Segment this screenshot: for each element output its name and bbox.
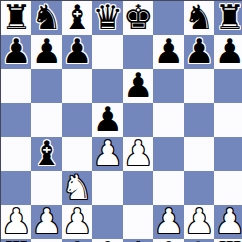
piece-white-queen-d1: ♛: [92, 238, 122, 242]
square-e6[interactable]: ♟: [123, 69, 153, 103]
piece-white-bishop-f1: ♝: [153, 238, 183, 242]
piece-black-pawn-e6: ♟: [123, 68, 153, 102]
square-c6[interactable]: [62, 69, 92, 103]
square-h5[interactable]: [214, 103, 242, 137]
square-e4[interactable]: ♟: [123, 137, 153, 171]
chess-board: ♜♞♝♛♚♞♜♟♟♟♟♟♟♟♟♝♟♟♞♟♟♟♟♟♟♜♝♛♚♝♞♜: [0, 0, 242, 242]
square-d4[interactable]: ♟: [92, 137, 122, 171]
square-f4[interactable]: [153, 137, 183, 171]
square-f5[interactable]: [153, 103, 183, 137]
square-c3[interactable]: ♞: [62, 171, 92, 205]
square-c5[interactable]: [62, 103, 92, 137]
piece-black-pawn-b7: ♟: [31, 34, 61, 68]
square-f6[interactable]: [153, 69, 183, 103]
piece-white-pawn-c2: ♟: [62, 204, 92, 238]
piece-white-bishop-c1: ♝: [62, 238, 92, 242]
square-g7[interactable]: ♟: [184, 35, 214, 69]
square-g2[interactable]: ♟: [184, 205, 214, 239]
square-h3[interactable]: [214, 171, 242, 205]
piece-white-king-e1: ♚: [123, 238, 153, 242]
square-h2[interactable]: ♟: [214, 205, 242, 239]
piece-black-bishop-b4: ♝: [31, 136, 61, 170]
square-g3[interactable]: [184, 171, 214, 205]
square-d7[interactable]: [92, 35, 122, 69]
square-b4[interactable]: ♝: [31, 137, 61, 171]
piece-black-queen-d8: ♛: [92, 0, 122, 34]
square-f8[interactable]: [153, 1, 183, 35]
piece-white-pawn-f2: ♟: [153, 204, 183, 238]
square-e3[interactable]: [123, 171, 153, 205]
square-c7[interactable]: ♟: [62, 35, 92, 69]
piece-black-knight-b8: ♞: [31, 0, 61, 34]
piece-white-pawn-d4: ♟: [92, 136, 122, 170]
square-h6[interactable]: [214, 69, 242, 103]
square-c8[interactable]: ♝: [62, 1, 92, 35]
square-d8[interactable]: ♛: [92, 1, 122, 35]
square-d5[interactable]: ♟: [92, 103, 122, 137]
piece-white-pawn-a2: ♟: [1, 204, 31, 238]
piece-white-rook-h1: ♜: [214, 238, 242, 242]
square-c2[interactable]: ♟: [62, 205, 92, 239]
square-a2[interactable]: ♟: [1, 205, 31, 239]
square-e5[interactable]: [123, 103, 153, 137]
square-a7[interactable]: ♟: [1, 35, 31, 69]
square-e8[interactable]: ♚: [123, 1, 153, 35]
piece-black-rook-h8: ♜: [214, 0, 242, 34]
square-b6[interactable]: [31, 69, 61, 103]
square-g4[interactable]: [184, 137, 214, 171]
piece-black-pawn-c7: ♟: [62, 34, 92, 68]
square-a3[interactable]: [1, 171, 31, 205]
square-a6[interactable]: [1, 69, 31, 103]
square-f7[interactable]: ♟: [153, 35, 183, 69]
square-d6[interactable]: [92, 69, 122, 103]
piece-black-king-e8: ♚: [123, 0, 153, 34]
piece-black-rook-a8: ♜: [1, 0, 31, 34]
piece-white-pawn-h2: ♟: [214, 204, 242, 238]
square-d2[interactable]: [92, 205, 122, 239]
piece-black-pawn-a7: ♟: [1, 34, 31, 68]
square-b5[interactable]: [31, 103, 61, 137]
square-b7[interactable]: ♟: [31, 35, 61, 69]
square-f3[interactable]: [153, 171, 183, 205]
square-e7[interactable]: [123, 35, 153, 69]
square-h4[interactable]: [214, 137, 242, 171]
square-b3[interactable]: [31, 171, 61, 205]
square-g8[interactable]: ♞: [184, 1, 214, 35]
square-f2[interactable]: ♟: [153, 205, 183, 239]
square-a4[interactable]: [1, 137, 31, 171]
piece-black-pawn-f7: ♟: [153, 34, 183, 68]
piece-black-pawn-d5: ♟: [92, 102, 122, 136]
square-g6[interactable]: [184, 69, 214, 103]
piece-white-knight-g1: ♞: [184, 238, 214, 242]
piece-black-bishop-c8: ♝: [62, 0, 92, 34]
piece-black-pawn-g7: ♟: [184, 34, 214, 68]
square-e2[interactable]: [123, 205, 153, 239]
square-g5[interactable]: [184, 103, 214, 137]
square-h7[interactable]: ♟: [214, 35, 242, 69]
piece-white-pawn-e4: ♟: [123, 136, 153, 170]
piece-white-pawn-g2: ♟: [184, 204, 214, 238]
square-d3[interactable]: [92, 171, 122, 205]
square-c4[interactable]: [62, 137, 92, 171]
square-h8[interactable]: ♜: [214, 1, 242, 35]
piece-black-pawn-h7: ♟: [214, 34, 242, 68]
square-a8[interactable]: ♜: [1, 1, 31, 35]
square-b2[interactable]: ♟: [31, 205, 61, 239]
piece-white-pawn-b2: ♟: [31, 204, 61, 238]
piece-black-knight-g8: ♞: [184, 0, 214, 34]
piece-white-knight-c3: ♞: [62, 170, 92, 204]
square-a5[interactable]: [1, 103, 31, 137]
piece-white-rook-a1: ♜: [1, 238, 31, 242]
square-b8[interactable]: ♞: [31, 1, 61, 35]
